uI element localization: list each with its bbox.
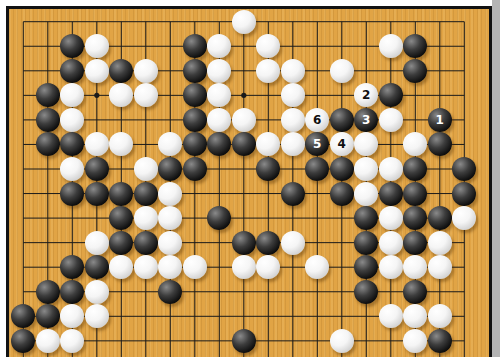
white-stone bbox=[158, 132, 182, 156]
black-stone bbox=[85, 255, 109, 279]
black-stone bbox=[109, 59, 133, 83]
black-stone bbox=[428, 329, 452, 353]
black-stone bbox=[158, 280, 182, 304]
black-stone bbox=[134, 231, 158, 255]
black-stone bbox=[11, 329, 35, 353]
white-stone bbox=[109, 255, 133, 279]
black-stone bbox=[330, 182, 354, 206]
black-stone bbox=[354, 231, 378, 255]
white-stone bbox=[281, 132, 305, 156]
black-stone bbox=[428, 132, 452, 156]
white-stone bbox=[134, 206, 158, 230]
white-stone bbox=[60, 108, 84, 132]
white-stone bbox=[281, 83, 305, 107]
black-stone bbox=[207, 132, 231, 156]
white-stone bbox=[85, 304, 109, 328]
white-stone: 6 bbox=[305, 108, 329, 132]
black-stone: 1 bbox=[428, 108, 452, 132]
black-stone bbox=[452, 182, 476, 206]
white-stone bbox=[85, 231, 109, 255]
white-stone bbox=[330, 329, 354, 353]
white-stone bbox=[281, 59, 305, 83]
white-stone bbox=[379, 157, 403, 181]
black-stone bbox=[281, 182, 305, 206]
move-number-label: 2 bbox=[362, 89, 370, 101]
white-stone bbox=[158, 255, 182, 279]
black-stone bbox=[354, 206, 378, 230]
black-stone bbox=[60, 34, 84, 58]
black-stone bbox=[109, 206, 133, 230]
black-stone bbox=[60, 132, 84, 156]
black-stone bbox=[134, 182, 158, 206]
black-stone bbox=[330, 157, 354, 181]
white-stone bbox=[403, 329, 427, 353]
black-stone bbox=[379, 83, 403, 107]
white-stone bbox=[281, 108, 305, 132]
black-stone bbox=[183, 132, 207, 156]
black-stone bbox=[60, 280, 84, 304]
black-stone bbox=[109, 182, 133, 206]
white-stone bbox=[354, 157, 378, 181]
black-stone bbox=[60, 255, 84, 279]
black-stone bbox=[403, 34, 427, 58]
white-stone bbox=[379, 34, 403, 58]
white-stone bbox=[232, 10, 256, 34]
white-stone bbox=[134, 157, 158, 181]
black-stone bbox=[60, 182, 84, 206]
move-number-label: 3 bbox=[362, 114, 370, 126]
black-stone: 3 bbox=[354, 108, 378, 132]
move-number-label: 6 bbox=[313, 114, 321, 126]
black-stone bbox=[354, 280, 378, 304]
white-stone bbox=[109, 83, 133, 107]
black-stone bbox=[256, 157, 280, 181]
black-stone bbox=[232, 132, 256, 156]
white-stone bbox=[428, 304, 452, 328]
go-applet-window: 263154 bbox=[0, 0, 500, 357]
black-stone bbox=[36, 108, 60, 132]
white-stone bbox=[403, 132, 427, 156]
black-stone bbox=[452, 157, 476, 181]
white-stone: 2 bbox=[354, 83, 378, 107]
white-stone bbox=[330, 59, 354, 83]
white-stone bbox=[207, 108, 231, 132]
white-stone bbox=[207, 83, 231, 107]
white-stone bbox=[428, 231, 452, 255]
black-stone bbox=[183, 83, 207, 107]
black-stone bbox=[36, 83, 60, 107]
white-stone bbox=[134, 59, 158, 83]
black-stone bbox=[85, 182, 109, 206]
white-stone bbox=[207, 59, 231, 83]
black-stone bbox=[232, 329, 256, 353]
white-stone: 4 bbox=[330, 132, 354, 156]
white-stone bbox=[256, 34, 280, 58]
white-stone bbox=[60, 83, 84, 107]
white-stone bbox=[232, 255, 256, 279]
black-stone bbox=[403, 182, 427, 206]
white-stone bbox=[85, 34, 109, 58]
white-stone bbox=[354, 132, 378, 156]
white-stone bbox=[379, 304, 403, 328]
white-stone bbox=[60, 304, 84, 328]
white-stone bbox=[207, 34, 231, 58]
white-stone bbox=[134, 255, 158, 279]
white-stone bbox=[379, 231, 403, 255]
white-stone bbox=[134, 83, 158, 107]
move-number-label: 4 bbox=[338, 138, 346, 150]
black-stone bbox=[403, 59, 427, 83]
white-stone bbox=[158, 206, 182, 230]
window-edge-strip bbox=[492, 0, 500, 357]
white-stone bbox=[305, 255, 329, 279]
black-stone bbox=[183, 108, 207, 132]
black-stone bbox=[183, 34, 207, 58]
white-stone bbox=[36, 329, 60, 353]
black-stone bbox=[36, 280, 60, 304]
white-stone bbox=[256, 255, 280, 279]
black-stone bbox=[330, 108, 354, 132]
white-stone bbox=[158, 231, 182, 255]
black-stone bbox=[428, 206, 452, 230]
stones-layer: 263154 bbox=[11, 9, 477, 353]
black-stone bbox=[403, 206, 427, 230]
black-stone bbox=[36, 132, 60, 156]
white-stone bbox=[281, 231, 305, 255]
black-stone bbox=[85, 157, 109, 181]
black-stone bbox=[183, 157, 207, 181]
white-stone bbox=[85, 280, 109, 304]
black-stone bbox=[379, 182, 403, 206]
board-frame: 263154 bbox=[6, 6, 492, 357]
white-stone bbox=[379, 206, 403, 230]
white-stone bbox=[379, 255, 403, 279]
black-stone bbox=[256, 231, 280, 255]
white-stone bbox=[428, 255, 452, 279]
black-stone bbox=[403, 157, 427, 181]
black-stone bbox=[403, 280, 427, 304]
black-stone bbox=[305, 157, 329, 181]
white-stone bbox=[232, 108, 256, 132]
black-stone bbox=[207, 206, 231, 230]
white-stone bbox=[183, 255, 207, 279]
white-stone bbox=[60, 157, 84, 181]
white-stone bbox=[452, 206, 476, 230]
white-stone bbox=[379, 108, 403, 132]
black-stone bbox=[109, 231, 133, 255]
black-stone bbox=[183, 59, 207, 83]
black-stone: 5 bbox=[305, 132, 329, 156]
move-number-label: 1 bbox=[436, 114, 444, 126]
black-stone bbox=[403, 231, 427, 255]
black-stone bbox=[11, 304, 35, 328]
white-stone bbox=[403, 255, 427, 279]
white-stone bbox=[85, 132, 109, 156]
white-stone bbox=[403, 304, 427, 328]
black-stone bbox=[232, 231, 256, 255]
white-stone bbox=[256, 132, 280, 156]
white-stone bbox=[354, 182, 378, 206]
black-stone bbox=[354, 255, 378, 279]
white-stone bbox=[109, 132, 133, 156]
black-stone bbox=[60, 59, 84, 83]
go-board[interactable]: 263154 bbox=[9, 9, 489, 357]
white-stone bbox=[85, 59, 109, 83]
white-stone bbox=[256, 59, 280, 83]
white-stone bbox=[60, 329, 84, 353]
black-stone bbox=[158, 157, 182, 181]
white-stone bbox=[158, 182, 182, 206]
move-number-label: 5 bbox=[313, 138, 321, 150]
black-stone bbox=[36, 304, 60, 328]
